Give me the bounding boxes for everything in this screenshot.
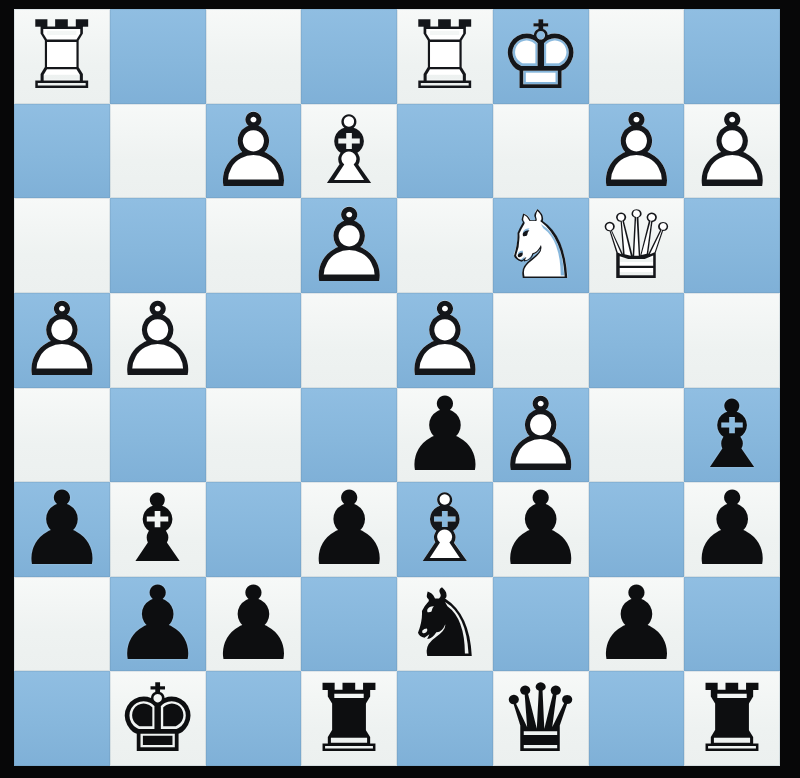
square-c4[interactable] [493, 293, 589, 388]
square-d1[interactable]: ♜♖ [397, 9, 493, 104]
square-b2[interactable]: ♟♙ [589, 104, 685, 199]
square-h6[interactable]: ♟ [14, 482, 110, 577]
square-d6[interactable]: ♝♗ [397, 482, 493, 577]
square-c1[interactable]: ♚♔ [493, 9, 589, 104]
square-f8[interactable] [206, 671, 302, 766]
white-pawn: ♟♙ [14, 293, 110, 388]
square-h8[interactable] [14, 671, 110, 766]
square-a5[interactable]: ♝ [684, 388, 780, 483]
board-frame: ♜♖♜♖♚♔♟♙♝♗♟♙♟♙♟♙♞♘♛♕♟♙♟♙♟♙♟♟♙♝♟♝♟♝♗♟♟♟♟♞… [14, 9, 780, 766]
square-f4[interactable] [206, 293, 302, 388]
black-pawn: ♟ [684, 482, 780, 577]
square-a4[interactable] [684, 293, 780, 388]
square-b7[interactable]: ♟ [589, 577, 685, 672]
black-pawn: ♟ [397, 388, 493, 483]
square-a6[interactable]: ♟ [684, 482, 780, 577]
square-a7[interactable] [684, 577, 780, 672]
square-a2[interactable]: ♟♙ [684, 104, 780, 199]
square-b4[interactable] [589, 293, 685, 388]
black-pawn: ♟ [206, 577, 302, 672]
square-h2[interactable] [14, 104, 110, 199]
white-pawn: ♟♙ [110, 293, 206, 388]
square-g1[interactable] [110, 9, 206, 104]
square-e5[interactable] [301, 388, 397, 483]
square-d3[interactable] [397, 198, 493, 293]
square-d5[interactable]: ♟ [397, 388, 493, 483]
black-queen: ♛ [493, 671, 589, 766]
white-pawn: ♟♙ [301, 198, 397, 293]
square-g6[interactable]: ♝ [110, 482, 206, 577]
square-f5[interactable] [206, 388, 302, 483]
square-a3[interactable] [684, 198, 780, 293]
square-b1[interactable] [589, 9, 685, 104]
white-queen: ♛♕ [589, 198, 685, 293]
white-pawn: ♟♙ [684, 104, 780, 199]
square-g2[interactable] [110, 104, 206, 199]
square-f2[interactable]: ♟♙ [206, 104, 302, 199]
black-rook: ♜ [684, 671, 780, 766]
black-bishop: ♝ [110, 482, 206, 577]
square-c3[interactable]: ♞♘ [493, 198, 589, 293]
white-king: ♚♔ [493, 9, 589, 104]
black-bishop: ♝ [684, 388, 780, 483]
square-e6[interactable]: ♟ [301, 482, 397, 577]
black-pawn: ♟ [110, 577, 206, 672]
black-pawn: ♟ [589, 577, 685, 672]
square-f6[interactable] [206, 482, 302, 577]
square-d2[interactable] [397, 104, 493, 199]
square-e1[interactable] [301, 9, 397, 104]
black-pawn: ♟ [493, 482, 589, 577]
square-b6[interactable] [589, 482, 685, 577]
square-h1[interactable]: ♜♖ [14, 9, 110, 104]
square-e3[interactable]: ♟♙ [301, 198, 397, 293]
square-h7[interactable] [14, 577, 110, 672]
square-d4[interactable]: ♟♙ [397, 293, 493, 388]
square-c6[interactable]: ♟ [493, 482, 589, 577]
square-g5[interactable] [110, 388, 206, 483]
chess-board: ♜♖♜♖♚♔♟♙♝♗♟♙♟♙♟♙♞♘♛♕♟♙♟♙♟♙♟♟♙♝♟♝♟♝♗♟♟♟♟♞… [14, 9, 780, 766]
square-a8[interactable]: ♜ [684, 671, 780, 766]
black-pawn: ♟ [301, 482, 397, 577]
square-e7[interactable] [301, 577, 397, 672]
square-f3[interactable] [206, 198, 302, 293]
square-g7[interactable]: ♟ [110, 577, 206, 672]
black-king: ♚ [110, 671, 206, 766]
square-e2[interactable]: ♝♗ [301, 104, 397, 199]
square-g8[interactable]: ♚ [110, 671, 206, 766]
black-pawn: ♟ [14, 482, 110, 577]
square-f1[interactable] [206, 9, 302, 104]
square-b5[interactable] [589, 388, 685, 483]
white-rook: ♜♖ [14, 9, 110, 104]
black-rook: ♜ [301, 671, 397, 766]
square-c2[interactable] [493, 104, 589, 199]
white-pawn: ♟♙ [493, 388, 589, 483]
white-rook: ♜♖ [397, 9, 493, 104]
square-c7[interactable] [493, 577, 589, 672]
square-f7[interactable]: ♟ [206, 577, 302, 672]
square-h5[interactable] [14, 388, 110, 483]
white-bishop: ♝♗ [301, 104, 397, 199]
square-g3[interactable] [110, 198, 206, 293]
white-pawn: ♟♙ [589, 104, 685, 199]
white-knight: ♞♘ [493, 198, 589, 293]
square-g4[interactable]: ♟♙ [110, 293, 206, 388]
square-c8[interactable]: ♛ [493, 671, 589, 766]
square-c5[interactable]: ♟♙ [493, 388, 589, 483]
square-d8[interactable] [397, 671, 493, 766]
white-bishop: ♝♗ [397, 482, 493, 577]
white-pawn: ♟♙ [397, 293, 493, 388]
black-knight: ♞ [397, 577, 493, 672]
square-b3[interactable]: ♛♕ [589, 198, 685, 293]
white-pawn: ♟♙ [206, 104, 302, 199]
square-h3[interactable] [14, 198, 110, 293]
square-b8[interactable] [589, 671, 685, 766]
square-e8[interactable]: ♜ [301, 671, 397, 766]
square-a1[interactable] [684, 9, 780, 104]
square-h4[interactable]: ♟♙ [14, 293, 110, 388]
square-d7[interactable]: ♞ [397, 577, 493, 672]
square-e4[interactable] [301, 293, 397, 388]
